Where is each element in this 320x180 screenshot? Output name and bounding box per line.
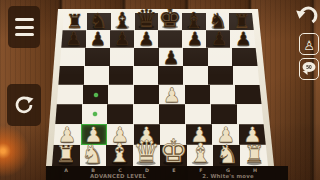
chess-app-screen: ♜♞♝♛♚♝♞♜♟♟♟♟♟♟♟♟♟♟♟♟♟♟♟♟♜♞♝♛♚♝♞♜ ABCDEFG… [0,0,320,180]
chances-bubble-icon: 50 [303,62,316,72]
file-label-a: A [64,167,68,172]
black-pawn-a7[interactable]: ♟ [65,31,81,49]
file-label-e: E [172,167,175,172]
file-label-h: H [252,167,256,172]
white-knight-g1[interactable]: ♞ [216,142,239,167]
piece-style-button[interactable]: ♙ [299,33,319,55]
piece-layer: ♜♞♝♛♚♝♞♜♟♟♟♟♟♟♟♟♟♟♟♟♟♟♟♟♜♞♝♛♚♝♞♜ [0,0,320,180]
hamburger-menu-icon [15,26,34,29]
white-rook-a1[interactable]: ♜ [55,144,76,167]
white-pawn-e4[interactable]: ♟ [163,85,181,105]
file-label-d: D [145,167,149,172]
chances-button[interactable]: 50 [299,58,319,80]
pawn-badge-icon: ♙ [303,39,315,52]
file-label-g: G [226,167,230,172]
file-label-f: F [199,167,202,172]
white-knight-b1[interactable]: ♞ [81,142,104,167]
black-pawn-h7[interactable]: ♟ [235,31,251,49]
undo-arrow-icon [294,3,320,29]
rotate-board-icon [14,95,34,115]
black-pawn-c7[interactable]: ♟ [114,31,130,49]
menu-button[interactable] [8,6,40,48]
white-king-e1[interactable]: ♚ [159,136,188,168]
black-pawn-d7[interactable]: ♟ [138,31,154,49]
hamburger-menu-icon [15,18,34,21]
white-rook-h1[interactable]: ♜ [244,144,265,167]
black-king-e8[interactable]: ♚ [159,6,182,32]
white-bishop-f1[interactable]: ♝ [188,141,212,168]
file-label-b: B [91,167,95,172]
white-queen-d1[interactable]: ♛ [133,137,160,168]
level-label: ADVANCED LEVEL [90,173,146,178]
hamburger-menu-icon [15,33,34,36]
status-bar: ABCDEFGH ADVANCED LEVEL 2. White's move [46,166,288,180]
black-pawn-e6[interactable]: ♟ [163,48,180,67]
black-pawn-g7[interactable]: ♟ [211,31,227,49]
chances-value: 50 [304,63,314,71]
white-bishop-c1[interactable]: ♝ [108,141,132,168]
flip-board-button[interactable] [7,84,41,126]
turn-indicator: 2. White's move [202,173,254,178]
black-pawn-f7[interactable]: ♟ [187,31,203,49]
black-pawn-b7[interactable]: ♟ [90,31,106,49]
file-label-c: C [118,167,122,172]
undo-button[interactable] [294,3,320,29]
